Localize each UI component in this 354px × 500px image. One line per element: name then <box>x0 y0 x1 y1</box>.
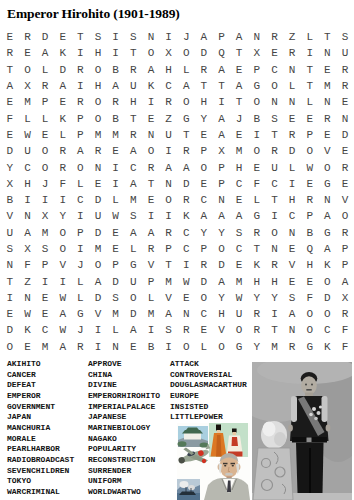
grid-cell: K <box>54 110 72 126</box>
grid-cell: R <box>248 306 266 322</box>
grid-cell: A <box>124 143 142 159</box>
grid-cell: E <box>142 192 160 208</box>
grid-cell: O <box>54 241 72 257</box>
grid-cell: R <box>336 78 354 94</box>
grid-cell: C <box>230 241 248 257</box>
grid-cell: T <box>124 45 142 61</box>
grid-cell: L <box>36 110 54 126</box>
hirohito-collage-image <box>177 423 250 500</box>
grid-cell: O <box>19 62 37 78</box>
grid-cell: N <box>319 192 337 208</box>
grid-cell: U <box>124 273 142 289</box>
grid-cell: R <box>336 225 354 241</box>
grid-cell: X <box>1 176 19 192</box>
grid-cell: H <box>89 45 107 61</box>
grid-cell: C <box>177 241 195 257</box>
puzzle-page: Emperor Hirohito (1901-1989) ERDETSISNIJ… <box>0 0 354 500</box>
grid-cell: A <box>195 208 213 224</box>
grid-cell: O <box>301 306 319 322</box>
grid-cell: E <box>107 225 125 241</box>
grid-cell: T <box>319 29 337 45</box>
grid-cell: X <box>19 78 37 94</box>
grid-cell: N <box>142 29 160 45</box>
grid-cell: O <box>124 290 142 306</box>
grid-cell: L <box>124 241 142 257</box>
grid-cell: F <box>336 339 354 355</box>
grid-cell: I <box>301 45 319 61</box>
grid-cell: V <box>160 290 178 306</box>
grid-cell: Y <box>54 208 72 224</box>
grid-cell: D <box>319 290 337 306</box>
grid-cell: R <box>336 159 354 175</box>
grid-cell: O <box>248 143 266 159</box>
grid-cell: O <box>142 143 160 159</box>
grid-cell: S <box>336 29 354 45</box>
grid-cell: Y <box>248 339 266 355</box>
grid-cell: D <box>336 127 354 143</box>
grid-cell: M <box>124 192 142 208</box>
grid-cell: G <box>301 339 319 355</box>
grid-cell: R <box>1 45 19 61</box>
grid-cell: P <box>72 127 90 143</box>
grid-cell: I <box>107 45 125 61</box>
grid-cell: A <box>213 273 231 289</box>
grid-cell: A <box>124 176 142 192</box>
grid-cell: F <box>336 322 354 338</box>
grid-cell: W <box>230 290 248 306</box>
grid-cell: H <box>19 176 37 192</box>
word-list-item: APPROVE <box>88 359 160 370</box>
grid-cell: F <box>19 257 37 273</box>
grid-cell: X <box>213 143 231 159</box>
word-list-item: POPULARITY <box>88 444 160 455</box>
grid-cell: P <box>107 257 125 273</box>
grid-cell: Y <box>195 225 213 241</box>
grid-cell: O <box>1 339 19 355</box>
grid-cell: S <box>107 290 125 306</box>
grid-cell: O <box>160 192 178 208</box>
grid-cell: R <box>19 29 37 45</box>
grid-cell: E <box>195 176 213 192</box>
grid-cell: L <box>72 290 90 306</box>
grid-cell: V <box>89 306 107 322</box>
word-list-item: JAPANESE <box>88 412 160 423</box>
grid-cell: R <box>177 322 195 338</box>
grid-cell: Y <box>213 225 231 241</box>
grid-cell: R <box>301 192 319 208</box>
grid-cell: E <box>283 110 301 126</box>
grid-cell: H <box>213 306 231 322</box>
grid-cell: E <box>230 192 248 208</box>
grid-cell: K <box>142 78 160 94</box>
grid-cell: V <box>1 208 19 224</box>
grid-cell: E <box>36 290 54 306</box>
word-list-item: SEVENCHILDREN <box>7 466 74 477</box>
grid-cell: E <box>230 127 248 143</box>
grid-cell: E <box>301 176 319 192</box>
grid-cell: N <box>266 241 284 257</box>
grid-cell: S <box>89 29 107 45</box>
grid-cell: A <box>213 208 231 224</box>
grid-cell: M <box>36 339 54 355</box>
grid-cell: E <box>301 110 319 126</box>
word-list-item: RECONSTRUCTION <box>88 455 160 466</box>
grid-cell: S <box>124 29 142 45</box>
grid-cell: O <box>301 143 319 159</box>
word-list-item: WORLDWARTWO <box>88 487 160 498</box>
grid-cell: R <box>177 143 195 159</box>
grid-cell: R <box>248 225 266 241</box>
grid-cell: O <box>213 241 231 257</box>
grid-cell: P <box>36 257 54 273</box>
grid-cell: X <box>36 208 54 224</box>
grid-cell: T <box>142 176 160 192</box>
grid-cell: L <box>301 94 319 110</box>
grid-cell: T <box>301 62 319 78</box>
grid-cell: R <box>283 127 301 143</box>
grid-cell: H <box>160 62 178 78</box>
grid-cell: H <box>301 257 319 273</box>
grid-cell: C <box>177 225 195 241</box>
word-list-item: CHINA <box>88 370 160 381</box>
grid-cell: V <box>142 257 160 273</box>
grid-cell: N <box>19 208 37 224</box>
grid-cell: M <box>142 306 160 322</box>
grid-cell: X <box>19 241 37 257</box>
grid-cell: I <box>160 29 178 45</box>
grid-cell: C <box>195 192 213 208</box>
grid-cell: A <box>72 143 90 159</box>
grid-cell: E <box>19 339 37 355</box>
grid-cell: I <box>89 339 107 355</box>
grid-cell: O <box>89 110 107 126</box>
grid-cell: I <box>248 127 266 143</box>
grid-cell: U <box>89 208 107 224</box>
grid-cell: B <box>248 110 266 126</box>
grid-cell: I <box>160 339 178 355</box>
grid-cell: U <box>124 78 142 94</box>
grid-cell: Q <box>301 241 319 257</box>
grid-cell: A <box>54 306 72 322</box>
grid-cell: R <box>266 143 284 159</box>
grid-cell: R <box>72 62 90 78</box>
grid-cell: E <box>195 127 213 143</box>
grid-cell: O <box>301 322 319 338</box>
grid-cell: E <box>319 62 337 78</box>
grid-cell: L <box>107 192 125 208</box>
grid-cell: A <box>336 273 354 289</box>
grid-cell: R <box>283 339 301 355</box>
hirohito-portrait-photo <box>252 362 352 500</box>
grid-cell: U <box>230 306 248 322</box>
grid-cell: E <box>336 143 354 159</box>
grid-cell: Z <box>19 273 37 289</box>
grid-cell: B <box>107 62 125 78</box>
grid-cell: M <box>160 273 178 289</box>
grid-cell: S <box>36 241 54 257</box>
grid-cell: Y <box>195 110 213 126</box>
grid-cell: O <box>89 257 107 273</box>
grid-cell: E <box>54 94 72 110</box>
grid-cell: O <box>142 45 160 61</box>
grid-cell: R <box>160 225 178 241</box>
grid-cell: A <box>195 29 213 45</box>
grid-cell: H <box>195 94 213 110</box>
grid-cell: K <box>19 322 37 338</box>
grid-cell: C <box>19 159 37 175</box>
word-list-item: DOUGLASMACARTHUR <box>170 380 247 391</box>
grid-cell: D <box>195 273 213 289</box>
grid-cell: D <box>283 143 301 159</box>
grid-cell: T <box>1 273 19 289</box>
grid-cell: L <box>54 127 72 143</box>
grid-cell: D <box>36 29 54 45</box>
grid-cell: O <box>195 159 213 175</box>
grid-cell: R <box>54 143 72 159</box>
word-list-item: RADIOBROADCAST <box>7 455 74 466</box>
grid-cell: R <box>124 62 142 78</box>
grid-cell: E <box>336 94 354 110</box>
grid-cell: C <box>319 322 337 338</box>
grid-cell: R <box>107 94 125 110</box>
grid-cell: P <box>213 176 231 192</box>
grid-cell: E <box>248 159 266 175</box>
grid-cell: I <box>107 29 125 45</box>
grid-cell: W <box>107 208 125 224</box>
grid-cell: B <box>107 110 125 126</box>
grid-cell: U <box>1 225 19 241</box>
grid-cell: N <box>1 257 19 273</box>
grid-cell: I <box>72 78 90 94</box>
word-list-item: LITTLEPOWER <box>170 412 247 423</box>
grid-cell: S <box>1 241 19 257</box>
grid-cell: A <box>230 29 248 45</box>
grid-cell: O <box>319 306 337 322</box>
grid-cell: W <box>54 290 72 306</box>
grid-cell: U <box>160 127 178 143</box>
grid-cell: T <box>160 257 178 273</box>
grid-cell: A <box>107 78 125 94</box>
grid-cell: R <box>336 62 354 78</box>
grid-cell: O <box>54 225 72 241</box>
grid-cell: V <box>213 322 231 338</box>
grid-cell: C <box>124 159 142 175</box>
grid-cell: R <box>336 306 354 322</box>
grid-cell: E <box>319 127 337 143</box>
grid-cell: O <box>213 339 231 355</box>
grid-cell: M <box>19 94 37 110</box>
grid-cell: A <box>89 273 107 289</box>
grid-cell: P <box>160 241 178 257</box>
grid-cell: R <box>142 241 160 257</box>
grid-cell: E <box>266 45 284 61</box>
grid-cell: G <box>248 78 266 94</box>
grid-cell: L <box>142 290 160 306</box>
word-list-item: CANCER <box>7 370 74 381</box>
grid-cell: A <box>36 45 54 61</box>
grid-cell: O <box>72 159 90 175</box>
grid-cell: I <box>89 322 107 338</box>
grid-cell: E <box>301 273 319 289</box>
word-list-item: DIVINE <box>88 380 160 391</box>
word-list-item: AKIHITO <box>7 359 74 370</box>
grid-cell: H <box>124 94 142 110</box>
grid-cell: O <box>177 94 195 110</box>
grid-cell: A <box>177 159 195 175</box>
grid-cell: P <box>142 273 160 289</box>
grid-cell: A <box>160 159 178 175</box>
grid-cell: D <box>177 176 195 192</box>
grid-cell: I <box>283 176 301 192</box>
grid-cell: E <box>89 176 107 192</box>
grid-cell: O <box>177 339 195 355</box>
grid-cell: A <box>19 225 37 241</box>
grid-cell: U <box>336 45 354 61</box>
grid-cell: H <box>283 192 301 208</box>
word-list-item: CONTROVERSIAL <box>170 370 247 381</box>
grid-cell: R <box>89 143 107 159</box>
grid-cell: I <box>72 208 90 224</box>
grid-cell: I <box>266 306 284 322</box>
grid-cell: H <box>248 273 266 289</box>
grid-cell: A <box>230 208 248 224</box>
grid-cell: T <box>195 78 213 94</box>
grid-cell: X <box>248 45 266 61</box>
grid-cell: T <box>266 192 284 208</box>
grid-cell: S <box>230 225 248 241</box>
grid-cell: O <box>89 62 107 78</box>
grid-cell: G <box>230 339 248 355</box>
grid-cell: P <box>72 110 90 126</box>
grid-cell: C <box>230 176 248 192</box>
word-list-item: INSISTED <box>170 402 247 413</box>
grid-cell: K <box>319 257 337 273</box>
grid-cell: L <box>107 322 125 338</box>
grid-cell: R <box>283 45 301 61</box>
grid-cell: M <box>319 78 337 94</box>
grid-cell: R <box>266 29 284 45</box>
grid-cell: P <box>195 143 213 159</box>
grid-cell: R <box>72 94 90 110</box>
grid-cell: R <box>195 62 213 78</box>
grid-cell: P <box>248 62 266 78</box>
grid-cell: I <box>1 290 19 306</box>
grid-cell: I <box>36 192 54 208</box>
grid-cell: W <box>19 306 37 322</box>
coronation-robes-thumb <box>209 423 248 457</box>
word-list-item: UNIFORM <box>88 476 160 487</box>
grid-cell: T <box>1 62 19 78</box>
grid-cell: I <box>107 159 125 175</box>
grid-cell: D <box>124 306 142 322</box>
grid-cell: D <box>213 257 231 273</box>
grid-cell: U <box>266 159 284 175</box>
grid-cell: A <box>213 127 231 143</box>
grid-cell: Y <box>1 159 19 175</box>
word-list-item: WARCRIMINAL <box>7 487 74 498</box>
grid-cell: D <box>107 273 125 289</box>
grid-cell: I <box>72 241 90 257</box>
grid-cell: K <box>319 339 337 355</box>
grid-cell: A <box>177 78 195 94</box>
grid-cell: I <box>36 273 54 289</box>
grid-cell: T <box>177 127 195 143</box>
grid-cell: P <box>36 94 54 110</box>
grid-cell: N <box>283 322 301 338</box>
grid-cell: Z <box>160 110 178 126</box>
grid-cell: E <box>1 127 19 143</box>
grid-cell: N <box>283 62 301 78</box>
grid-cell: K <box>177 208 195 224</box>
grid-cell: A <box>1 78 19 94</box>
grid-cell: L <box>72 176 90 192</box>
grid-cell: E <box>195 322 213 338</box>
grid-cell: N <box>283 94 301 110</box>
grid-cell: P <box>72 225 90 241</box>
grid-cell: C <box>160 78 178 94</box>
grid-cell: A <box>213 110 231 126</box>
grid-cell: C <box>266 176 284 192</box>
grid-cell: T <box>301 78 319 94</box>
grid-cell: C <box>195 306 213 322</box>
grid-cell: M <box>89 241 107 257</box>
grid-cell: G <box>72 306 90 322</box>
grid-cell: E <box>336 176 354 192</box>
grid-cell: S <box>124 208 142 224</box>
word-list-item: PEARLHARBOR <box>7 444 74 455</box>
grid-cell: L <box>301 29 319 45</box>
grid-cell: R <box>266 257 284 273</box>
word-list-item: MORALE <box>7 434 74 445</box>
word-list-column-3: ATTACKCONTROVERSIALDOUGLASMACARTHUREUROP… <box>170 359 247 423</box>
grid-cell: M <box>36 225 54 241</box>
word-list-item: NAGAKO <box>88 434 160 445</box>
grid-cell: A <box>124 322 142 338</box>
grid-cell: J <box>36 176 54 192</box>
grid-cell: T <box>266 322 284 338</box>
grid-cell: H <box>230 159 248 175</box>
grid-cell: G <box>319 176 337 192</box>
grid-cell: N <box>319 45 337 61</box>
word-list-item: GOVERNMENT <box>7 402 74 413</box>
grid-cell: R <box>177 192 195 208</box>
grid-cell: E <box>54 29 72 45</box>
grid-cell: D <box>1 143 19 159</box>
grid-cell: P <box>301 127 319 143</box>
grid-cell: L <box>283 159 301 175</box>
grid-cell: F <box>248 176 266 192</box>
word-list-item: EMPERORHIROHITO <box>88 391 160 402</box>
grid-cell: T <box>266 127 284 143</box>
grid-cell: G <box>124 257 142 273</box>
grid-cell: L <box>36 62 54 78</box>
pearl-harbor-thumb <box>177 479 200 500</box>
grid-cell: A <box>283 306 301 322</box>
grid-cell: V <box>54 257 72 273</box>
word-list-item: DEFEAT <box>7 380 74 391</box>
word-list-item: ATTACK <box>170 359 247 370</box>
grid-cell: N <box>142 127 160 143</box>
grid-cell: A <box>124 225 142 241</box>
grid-cell: Z <box>283 29 301 45</box>
grid-cell: A <box>142 225 160 241</box>
grid-cell: O <box>230 322 248 338</box>
grid-cell: J <box>72 322 90 338</box>
grid-cell: G <box>319 225 337 241</box>
grid-cell: D <box>54 62 72 78</box>
grid-cell: L <box>19 110 37 126</box>
grid-cell: N <box>319 94 337 110</box>
